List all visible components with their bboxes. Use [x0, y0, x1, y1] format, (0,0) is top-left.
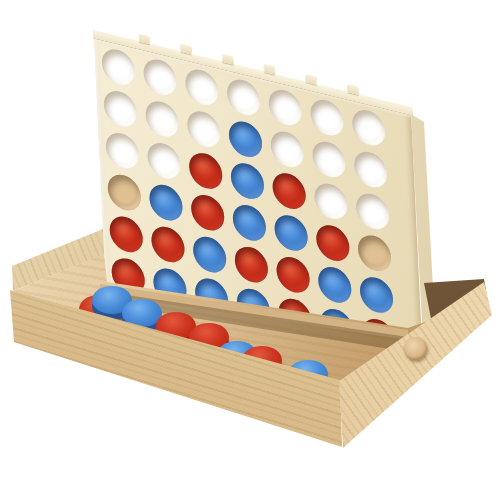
tray-wooden-knob	[404, 337, 427, 360]
product-photo-wooden-connect-four	[0, 0, 500, 500]
tray-disc-pile	[0, 0, 500, 500]
